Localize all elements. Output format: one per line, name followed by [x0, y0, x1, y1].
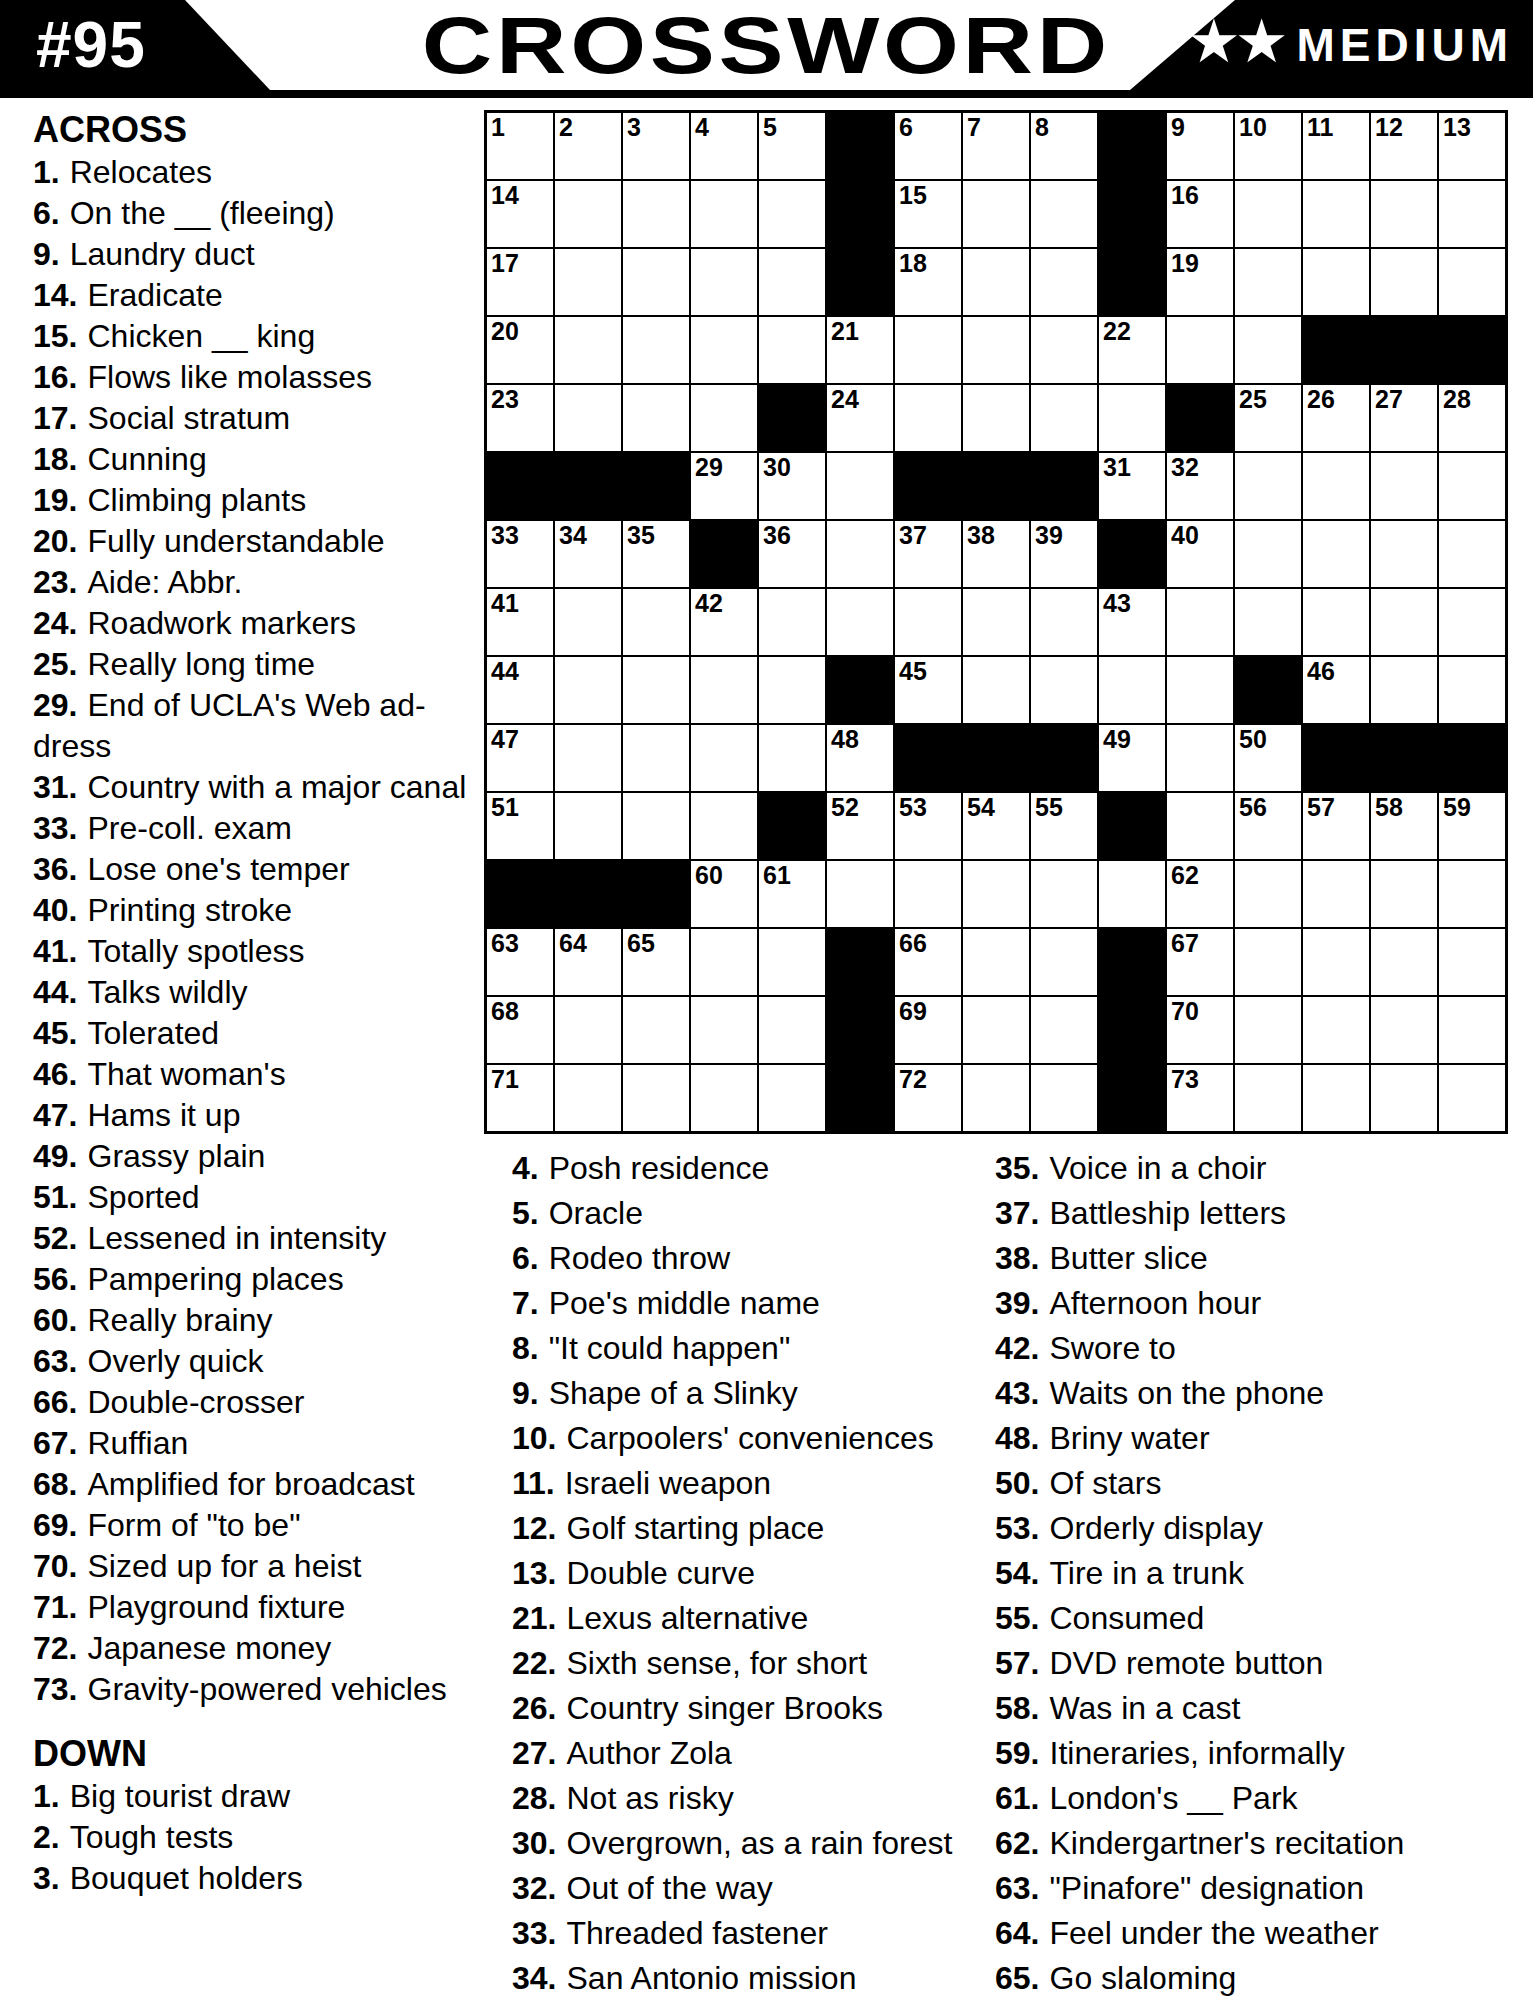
clue-item: 44.Talks wildly — [33, 972, 488, 1013]
grid-cell[interactable] — [1370, 656, 1438, 724]
cell-number: 50 — [1239, 726, 1267, 754]
clue-item: 40.Printing stroke — [33, 890, 488, 931]
grid-cell[interactable] — [690, 928, 758, 996]
grid-cell[interactable] — [554, 996, 622, 1064]
grid-cell[interactable]: 26 — [1302, 384, 1370, 452]
grid-cell[interactable]: 62 — [1166, 860, 1234, 928]
grid-cell[interactable] — [826, 452, 894, 520]
clue-text: Sported — [87, 1179, 199, 1215]
clue-text: Oracle — [549, 1195, 643, 1231]
clue-item: 62.Kindergartner's recitation — [995, 1821, 1480, 1866]
grid-cell[interactable] — [1370, 452, 1438, 520]
grid-cell[interactable]: 20 — [486, 316, 554, 384]
grid-cell[interactable]: 32 — [1166, 452, 1234, 520]
grid-cell[interactable] — [1370, 860, 1438, 928]
clue-text: Out of the way — [566, 1870, 772, 1906]
clue-number: 29. — [33, 687, 77, 723]
grid-cell[interactable] — [1438, 656, 1506, 724]
clue-item: 49.Grassy plain — [33, 1136, 488, 1177]
grid-cell[interactable]: 48 — [826, 724, 894, 792]
grid-cell[interactable] — [622, 180, 690, 248]
grid-cell[interactable] — [758, 180, 826, 248]
clue-item: 18.Cunning — [33, 439, 488, 480]
clue-text: Poe's middle name — [549, 1285, 820, 1321]
clue-text: Afternoon hour — [1049, 1285, 1261, 1321]
grid-cell[interactable] — [1166, 316, 1234, 384]
clue-item: 58.Was in a cast — [995, 1686, 1480, 1731]
clue-number: 73. — [33, 1671, 77, 1707]
grid-cell[interactable] — [962, 588, 1030, 656]
grid-cell[interactable]: 2 — [554, 112, 622, 180]
grid-cell[interactable] — [894, 316, 962, 384]
grid-cell[interactable] — [962, 1064, 1030, 1132]
grid-cell[interactable]: 50 — [1234, 724, 1302, 792]
grid-cell[interactable] — [1370, 248, 1438, 316]
grid-cell[interactable] — [554, 248, 622, 316]
grid-cell[interactable] — [1302, 1064, 1370, 1132]
grid-cell-black — [894, 452, 962, 520]
clue-item: 11.Israeli weapon — [512, 1461, 990, 1506]
clue-text: Consumed — [1049, 1600, 1204, 1636]
grid-cell[interactable] — [962, 248, 1030, 316]
grid-cell-black — [826, 248, 894, 316]
cell-number: 18 — [899, 250, 927, 278]
grid-cell[interactable] — [758, 588, 826, 656]
clue-number: 54. — [995, 1555, 1039, 1591]
grid-cell[interactable]: 29 — [690, 452, 758, 520]
grid-cell[interactable] — [622, 792, 690, 860]
grid-cell[interactable]: 51 — [486, 792, 554, 860]
difficulty-label: MEDIUM — [1296, 18, 1513, 72]
clue-text: Battleship letters — [1049, 1195, 1286, 1231]
grid-cell[interactable] — [1030, 860, 1098, 928]
cell-number: 8 — [1035, 114, 1049, 142]
grid-cell[interactable]: 47 — [486, 724, 554, 792]
grid-cell[interactable] — [554, 656, 622, 724]
grid-cell-black — [1438, 724, 1506, 792]
clue-item: 3.Bouquet holders — [33, 1858, 488, 1899]
down-intro-items: 1.Big tourist draw2.Tough tests3.Bouquet… — [33, 1776, 488, 1899]
grid-cell[interactable] — [1370, 1064, 1438, 1132]
grid-cell[interactable] — [1166, 792, 1234, 860]
grid-cell[interactable]: 14 — [486, 180, 554, 248]
clue-item: 52.Lessened in intensity — [33, 1218, 488, 1259]
grid-cell[interactable] — [690, 384, 758, 452]
grid-cell[interactable] — [962, 928, 1030, 996]
grid-cell[interactable] — [962, 996, 1030, 1064]
grid-cell[interactable] — [1234, 520, 1302, 588]
grid-cell[interactable] — [1166, 588, 1234, 656]
clue-number: 25. — [33, 646, 77, 682]
grid-cell[interactable] — [1234, 928, 1302, 996]
grid-cell[interactable]: 69 — [894, 996, 962, 1064]
grid-cell-black — [486, 860, 554, 928]
grid-cell[interactable]: 23 — [486, 384, 554, 452]
grid-cell[interactable] — [1098, 384, 1166, 452]
clue-item: 37.Battleship letters — [995, 1191, 1480, 1236]
grid-cell[interactable] — [894, 860, 962, 928]
clue-number: 44. — [33, 974, 77, 1010]
grid-cell[interactable] — [1030, 316, 1098, 384]
clue-text: Roadwork markers — [87, 605, 356, 641]
grid-cell[interactable]: 16 — [1166, 180, 1234, 248]
grid-cell[interactable]: 63 — [486, 928, 554, 996]
clue-text: Itineraries, informally — [1049, 1735, 1344, 1771]
clue-number: 23. — [33, 564, 77, 600]
grid-cell[interactable]: 54 — [962, 792, 1030, 860]
cell-number: 48 — [831, 726, 859, 754]
clue-text: Laundry duct — [70, 236, 255, 272]
clue-number: 63. — [995, 1870, 1039, 1906]
grid-cell[interactable] — [622, 316, 690, 384]
clue-item: 31.Country with a major canal — [33, 767, 488, 808]
clue-item: 16.Flows like molasses — [33, 357, 488, 398]
cell-number: 64 — [559, 930, 587, 958]
grid-cell[interactable] — [1234, 452, 1302, 520]
cell-number: 38 — [967, 522, 995, 550]
grid-cell[interactable] — [690, 180, 758, 248]
grid-cell[interactable]: 12 — [1370, 112, 1438, 180]
grid-cell[interactable] — [826, 588, 894, 656]
grid-cell[interactable] — [1438, 860, 1506, 928]
grid-cell[interactable] — [690, 1064, 758, 1132]
grid-cell[interactable] — [758, 996, 826, 1064]
clue-number: 12. — [512, 1510, 556, 1546]
grid-cell[interactable] — [962, 180, 1030, 248]
grid-cell[interactable]: 45 — [894, 656, 962, 724]
grid-cell[interactable] — [962, 656, 1030, 724]
grid-cell[interactable] — [1234, 588, 1302, 656]
grid-cell[interactable] — [622, 1064, 690, 1132]
grid-cell[interactable]: 59 — [1438, 792, 1506, 860]
grid-cell[interactable]: 7 — [962, 112, 1030, 180]
grid-cell[interactable] — [554, 792, 622, 860]
clue-number: 21. — [512, 1600, 556, 1636]
grid-cell[interactable] — [690, 248, 758, 316]
grid-cell[interactable] — [1098, 656, 1166, 724]
clue-item: 38.Butter slice — [995, 1236, 1480, 1281]
grid-cell[interactable]: 65 — [622, 928, 690, 996]
clue-number: 6. — [512, 1240, 539, 1276]
clue-number: 36. — [33, 851, 77, 887]
cell-number: 37 — [899, 522, 927, 550]
grid-cell-black — [1098, 180, 1166, 248]
grid-cell[interactable]: 21 — [826, 316, 894, 384]
grid-cell[interactable]: 19 — [1166, 248, 1234, 316]
grid-cell[interactable]: 49 — [1098, 724, 1166, 792]
grid-cell[interactable]: 61 — [758, 860, 826, 928]
grid-cell[interactable] — [1370, 180, 1438, 248]
grid-cell[interactable]: 17 — [486, 248, 554, 316]
grid-cell[interactable]: 60 — [690, 860, 758, 928]
grid-cell[interactable]: 71 — [486, 1064, 554, 1132]
grid-cell[interactable]: 41 — [486, 588, 554, 656]
grid-cell[interactable] — [1030, 180, 1098, 248]
grid-cell[interactable] — [1030, 588, 1098, 656]
grid-cell[interactable] — [622, 588, 690, 656]
grid-cell-black — [758, 384, 826, 452]
grid-cell[interactable] — [1234, 1064, 1302, 1132]
cell-number: 20 — [491, 318, 519, 346]
grid-cell[interactable] — [1438, 248, 1506, 316]
clue-item: 7.Poe's middle name — [512, 1281, 990, 1326]
grid-cell[interactable] — [622, 248, 690, 316]
grid-cell[interactable]: 44 — [486, 656, 554, 724]
clue-text: Hams it up — [87, 1097, 240, 1133]
cell-number: 28 — [1443, 386, 1471, 414]
grid-cell[interactable] — [758, 248, 826, 316]
grid-cell[interactable] — [962, 860, 1030, 928]
grid-cell-black — [1370, 316, 1438, 384]
grid-cell[interactable] — [758, 316, 826, 384]
grid-cell[interactable] — [622, 724, 690, 792]
clue-text: Pre-coll. exam — [87, 810, 292, 846]
across-items: 1.Relocates6.On the __ (fleeing)9.Laundr… — [33, 152, 488, 1710]
clue-text: DVD remote button — [1049, 1645, 1323, 1681]
grid-cell[interactable]: 52 — [826, 792, 894, 860]
grid-cell[interactable] — [894, 384, 962, 452]
grid-cell[interactable] — [1098, 860, 1166, 928]
grid-cell[interactable] — [1302, 452, 1370, 520]
grid-cell-black — [1166, 384, 1234, 452]
grid-cell[interactable]: 43 — [1098, 588, 1166, 656]
clue-text: "It could happen" — [549, 1330, 791, 1366]
cell-number: 47 — [491, 726, 519, 754]
cell-number: 66 — [899, 930, 927, 958]
grid-cell[interactable] — [554, 588, 622, 656]
clue-number: 32. — [512, 1870, 556, 1906]
grid-cell[interactable] — [1438, 520, 1506, 588]
grid-cell[interactable] — [622, 384, 690, 452]
grid-cell[interactable] — [758, 724, 826, 792]
grid-cell[interactable] — [758, 656, 826, 724]
grid-cell[interactable]: 68 — [486, 996, 554, 1064]
clue-number: 46. — [33, 1056, 77, 1092]
grid-cell[interactable] — [1302, 860, 1370, 928]
clue-number: 1. — [33, 1778, 60, 1814]
grid-cell[interactable]: 73 — [1166, 1064, 1234, 1132]
grid-cell[interactable]: 57 — [1302, 792, 1370, 860]
clue-number: 10. — [512, 1420, 556, 1456]
grid-cell[interactable] — [1234, 316, 1302, 384]
grid-cell-black — [962, 724, 1030, 792]
cell-number: 36 — [763, 522, 791, 550]
grid-cell[interactable] — [1030, 928, 1098, 996]
clue-text: Lose one's temper — [87, 851, 349, 887]
grid-cell[interactable]: 11 — [1302, 112, 1370, 180]
clue-number: 27. — [512, 1735, 556, 1771]
clue-item: 64.Feel under the weather — [995, 1911, 1480, 1956]
clue-item: 57.DVD remote button — [995, 1641, 1480, 1686]
grid-cell[interactable]: 46 — [1302, 656, 1370, 724]
grid-cell[interactable] — [1302, 996, 1370, 1064]
grid-cell[interactable] — [1302, 248, 1370, 316]
grid-cell[interactable] — [758, 1064, 826, 1132]
clue-text: San Antonio mission — [566, 1960, 856, 1996]
grid-cell[interactable]: 5 — [758, 112, 826, 180]
grid-cell[interactable] — [1030, 384, 1098, 452]
clue-text: Cunning — [87, 441, 206, 477]
grid-cell[interactable] — [1234, 180, 1302, 248]
cell-number: 63 — [491, 930, 519, 958]
grid-cell[interactable] — [622, 656, 690, 724]
grid-cell[interactable]: 66 — [894, 928, 962, 996]
grid-cell[interactable] — [1302, 588, 1370, 656]
grid-cell[interactable]: 25 — [1234, 384, 1302, 452]
grid-cell[interactable] — [1166, 656, 1234, 724]
clue-text: Israeli weapon — [565, 1465, 771, 1501]
grid-cell[interactable]: 22 — [1098, 316, 1166, 384]
grid-cell[interactable]: 1 — [486, 112, 554, 180]
grid-cell[interactable] — [1302, 520, 1370, 588]
grid-cell[interactable] — [1234, 248, 1302, 316]
cell-number: 11 — [1307, 114, 1333, 142]
clue-item: 63."Pinafore" designation — [995, 1866, 1480, 1911]
grid-cell[interactable] — [1234, 860, 1302, 928]
grid-cell[interactable] — [1302, 928, 1370, 996]
grid-cell[interactable]: 13 — [1438, 112, 1506, 180]
grid-cell[interactable] — [690, 724, 758, 792]
grid-cell[interactable] — [894, 588, 962, 656]
grid-cell[interactable] — [1030, 248, 1098, 316]
clue-number: 17. — [33, 400, 77, 436]
grid-cell[interactable] — [1030, 1064, 1098, 1132]
clue-number: 65. — [995, 1960, 1039, 1996]
grid-cell[interactable]: 18 — [894, 248, 962, 316]
grid-cell[interactable] — [690, 792, 758, 860]
grid-cell[interactable]: 28 — [1438, 384, 1506, 452]
grid-cell[interactable] — [690, 316, 758, 384]
cell-number: 72 — [899, 1066, 927, 1094]
clue-item: 25.Really long time — [33, 644, 488, 685]
grid-cell[interactable] — [826, 860, 894, 928]
grid-cell[interactable] — [1438, 1064, 1506, 1132]
grid-cell[interactable]: 9 — [1166, 112, 1234, 180]
grid-cell[interactable] — [1438, 928, 1506, 996]
grid-cell[interactable]: 38 — [962, 520, 1030, 588]
cell-number: 26 — [1307, 386, 1335, 414]
grid-cell[interactable] — [1370, 588, 1438, 656]
grid-cell[interactable] — [962, 384, 1030, 452]
grid-cell[interactable]: 3 — [622, 112, 690, 180]
grid-cell[interactable]: 33 — [486, 520, 554, 588]
grid-cell[interactable]: 56 — [1234, 792, 1302, 860]
clue-text: Gravity-powered vehicles — [87, 1671, 446, 1707]
grid-cell-black — [554, 860, 622, 928]
grid-cell[interactable] — [1438, 180, 1506, 248]
grid-cell[interactable]: 37 — [894, 520, 962, 588]
clue-text: Bouquet holders — [70, 1860, 303, 1896]
clue-text: Grassy plain — [87, 1138, 265, 1174]
grid-cell[interactable] — [554, 1064, 622, 1132]
grid-cell[interactable] — [1370, 996, 1438, 1064]
grid-cell[interactable]: 70 — [1166, 996, 1234, 1064]
clue-item: 22.Sixth sense, for short — [512, 1641, 990, 1686]
grid-cell[interactable] — [554, 180, 622, 248]
grid-cell[interactable] — [1234, 996, 1302, 1064]
clue-text: London's __ Park — [1049, 1780, 1297, 1816]
grid-cell[interactable]: 30 — [758, 452, 826, 520]
grid-cell[interactable] — [690, 996, 758, 1064]
grid-cell[interactable]: 24 — [826, 384, 894, 452]
grid-cell-black — [826, 112, 894, 180]
grid-cell[interactable]: 35 — [622, 520, 690, 588]
grid-cell[interactable] — [1030, 996, 1098, 1064]
grid-cell[interactable]: 64 — [554, 928, 622, 996]
grid-cell[interactable]: 6 — [894, 112, 962, 180]
grid-cell[interactable]: 8 — [1030, 112, 1098, 180]
clue-number: 63. — [33, 1343, 77, 1379]
grid-cell[interactable] — [1370, 928, 1438, 996]
grid-cell[interactable] — [1030, 656, 1098, 724]
grid-cell[interactable]: 72 — [894, 1064, 962, 1132]
grid-cell[interactable] — [554, 724, 622, 792]
clue-item: 28.Not as risky — [512, 1776, 990, 1821]
cell-number: 2 — [559, 114, 573, 142]
clue-number: 62. — [995, 1825, 1039, 1861]
grid-cell[interactable]: 39 — [1030, 520, 1098, 588]
grid-cell[interactable]: 15 — [894, 180, 962, 248]
grid-cell[interactable]: 53 — [894, 792, 962, 860]
grid-cell[interactable]: 27 — [1370, 384, 1438, 452]
grid-cell[interactable]: 10 — [1234, 112, 1302, 180]
grid-cell[interactable]: 4 — [690, 112, 758, 180]
clue-number: 38. — [995, 1240, 1039, 1276]
grid-cell[interactable]: 42 — [690, 588, 758, 656]
cell-number: 61 — [763, 862, 791, 890]
clue-text: Amplified for broadcast — [87, 1466, 414, 1502]
clue-item: 21.Lexus alternative — [512, 1596, 990, 1641]
cell-number: 44 — [491, 658, 519, 686]
across-heading: ACROSS — [33, 108, 488, 152]
grid-cell[interactable]: 40 — [1166, 520, 1234, 588]
cell-number: 3 — [627, 114, 641, 142]
cell-number: 31 — [1103, 454, 1131, 482]
grid-cell[interactable] — [962, 316, 1030, 384]
grid-cell[interactable] — [1302, 180, 1370, 248]
grid-cell[interactable]: 58 — [1370, 792, 1438, 860]
clue-number: 55. — [995, 1600, 1039, 1636]
grid-cell[interactable] — [1166, 724, 1234, 792]
clue-number: 3. — [33, 1860, 60, 1896]
grid-cell[interactable] — [554, 316, 622, 384]
grid-cell[interactable]: 55 — [1030, 792, 1098, 860]
grid-cell[interactable] — [1370, 520, 1438, 588]
difficulty-badge: ★★ MEDIUM — [1187, 0, 1513, 90]
grid-cell[interactable] — [622, 996, 690, 1064]
cell-number: 34 — [559, 522, 587, 550]
grid-cell[interactable]: 31 — [1098, 452, 1166, 520]
clue-item: 55.Consumed — [995, 1596, 1480, 1641]
down-clue-column-2: 35.Voice in a choir37.Battleship letters… — [995, 1146, 1480, 2000]
clue-number: 66. — [33, 1384, 77, 1420]
clue-item: 17.Social stratum — [33, 398, 488, 439]
grid-cell[interactable] — [826, 520, 894, 588]
clue-item: 14.Eradicate — [33, 275, 488, 316]
grid-cell[interactable] — [690, 656, 758, 724]
grid-cell[interactable] — [1438, 588, 1506, 656]
grid-cell[interactable] — [1438, 452, 1506, 520]
grid-cell[interactable] — [758, 928, 826, 996]
clue-item: 67.Ruffian — [33, 1423, 488, 1464]
clue-item: 24.Roadwork markers — [33, 603, 488, 644]
grid-cell[interactable]: 34 — [554, 520, 622, 588]
grid-cell[interactable] — [1438, 996, 1506, 1064]
clue-number: 48. — [995, 1420, 1039, 1456]
grid-cell[interactable]: 36 — [758, 520, 826, 588]
grid-cell[interactable] — [554, 384, 622, 452]
grid-cell[interactable]: 67 — [1166, 928, 1234, 996]
